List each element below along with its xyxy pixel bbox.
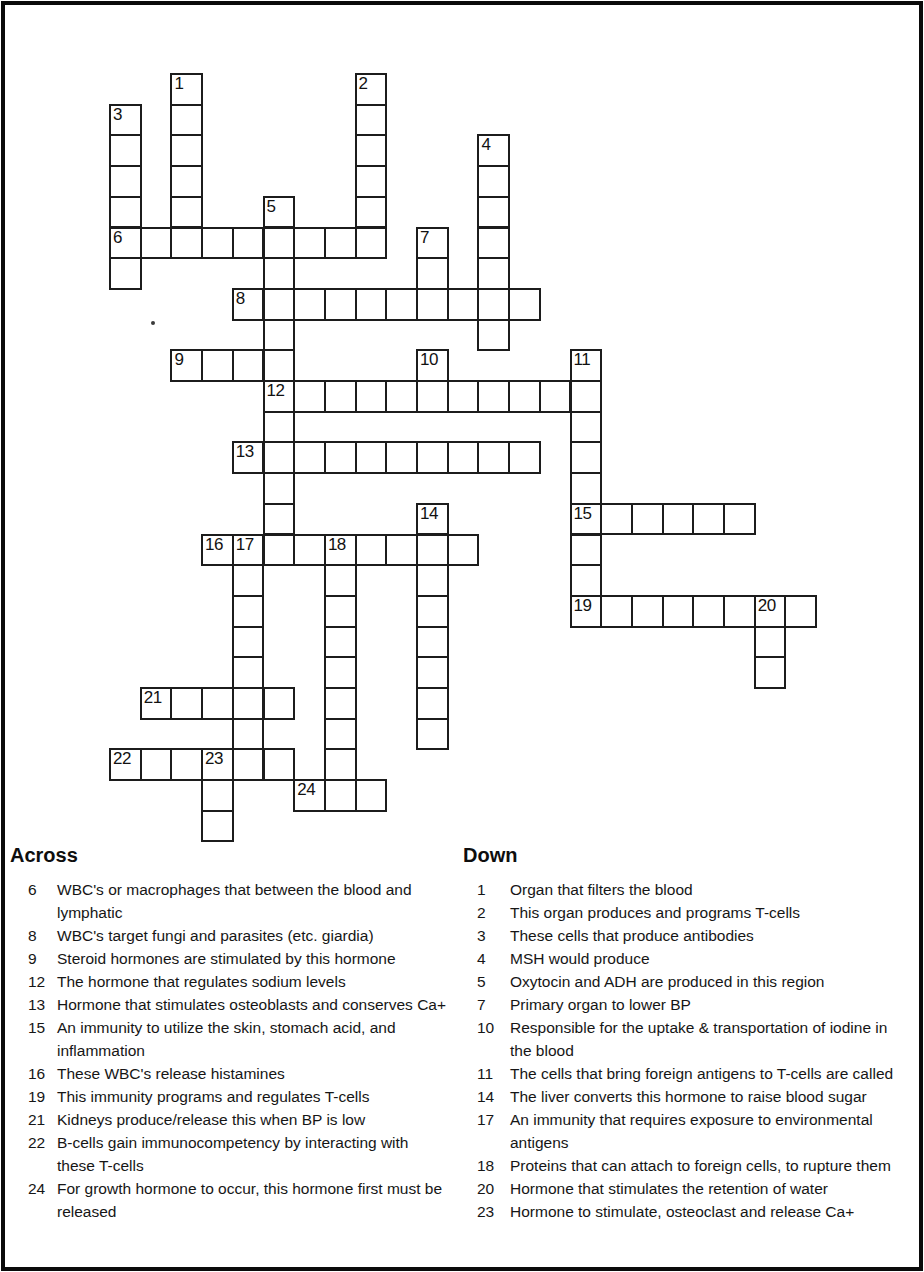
clue-item: 22B-cells gain immunocompetency by inter… [10,1131,463,1177]
grid-cell [508,441,541,474]
grid-cell [324,227,357,260]
grid-cell [477,441,510,474]
grid-cell [263,503,296,536]
grid-cell: 6 [109,227,142,260]
grid-cell [324,626,357,659]
grid-cell: 17 [232,534,265,567]
clue-item: 19This immunity programs and regulates T… [10,1085,463,1108]
cell-number: 2 [359,75,368,93]
cell-number: 5 [267,198,276,216]
grid-cell [324,564,357,597]
crossword-grid: 123456789101112131415161718192021222324 [109,73,818,843]
grid-cell [170,134,203,167]
grid-cell: 18 [324,534,357,567]
clue-number: 1 [477,878,510,901]
clue-number: 4 [477,947,510,970]
cell-number: 23 [205,750,223,768]
grid-cell [477,288,510,321]
grid-cell [355,165,388,198]
clue-text: This organ produces and programs T-cells [510,901,921,924]
grid-cell [416,534,449,567]
grid-cell [201,810,234,843]
grid-cell: 24 [293,779,326,812]
grid-cell [324,288,357,321]
grid-cell [140,227,173,260]
grid-cell [293,441,326,474]
grid-cell [570,441,603,474]
grid-cell: 22 [109,748,142,781]
grid-cell [570,472,603,505]
grid-cell [416,687,449,720]
grid-cell [723,595,756,628]
grid-cell: 15 [570,503,603,536]
grid-cell [201,349,234,382]
grid-cell [324,687,357,720]
grid-cell [570,411,603,444]
grid-cell: 4 [477,134,510,167]
grid-cell [570,564,603,597]
across-header: Across [10,843,463,867]
clue-number: 24 [28,1177,57,1200]
grid-cell: 13 [232,441,265,474]
grid-cell: 7 [416,227,449,260]
cell-number: 15 [574,505,592,523]
clue-text: The hormone that regulates sodium levels [57,970,463,993]
clue-item: 3These cells that produce antibodies [463,924,921,947]
grid-cell [477,196,510,229]
clue-item: 21Kidneys produce/release this when BP i… [10,1108,463,1131]
grid-cell [385,441,418,474]
grid-cell [293,227,326,260]
across-clues-section: Across 6WBC's or macrophages that betwee… [10,843,463,1223]
clue-item: 13Hormone that stimulates osteoblasts an… [10,993,463,1016]
grid-cell [355,227,388,260]
cell-number: 6 [113,229,122,247]
clue-text: Proteins that can attach to foreign cell… [510,1154,921,1177]
clue-item: 24For growth hormone to occur, this horm… [10,1177,463,1223]
grid-cell [324,380,357,413]
cell-number: 21 [144,689,162,707]
clue-number: 15 [28,1016,57,1039]
clue-item: 9Steroid hormones are stimulated by this… [10,947,463,970]
grid-cell [416,257,449,290]
clue-number: 11 [477,1062,510,1085]
grid-cell [355,441,388,474]
grid-cell [355,380,388,413]
clue-item: 16These WBC's release histamines [10,1062,463,1085]
cell-number: 1 [174,75,183,93]
grid-cell [170,104,203,137]
grid-cell [692,595,725,628]
down-clue-list: 1Organ that filters the blood2This organ… [463,878,921,1223]
clue-item: 20Hormone that stimulates the retention … [463,1177,921,1200]
grid-cell [263,748,296,781]
grid-cell [477,165,510,198]
grid-cell [170,687,203,720]
grid-cell [263,319,296,352]
grid-cell [754,626,787,659]
grid-cell: 11 [570,349,603,382]
grid-cell [416,441,449,474]
grid-cell [447,441,480,474]
grid-cell [477,257,510,290]
grid-cell [324,656,357,689]
grid-cell [385,380,418,413]
grid-cell [723,503,756,536]
clue-number: 9 [28,947,57,970]
clue-text: Oxytocin and ADH are produced in this re… [510,970,921,993]
clue-item: 23Hormone to stimulate, osteoclast and r… [463,1200,921,1223]
grid-cell [754,656,787,689]
cell-number: 18 [328,536,346,554]
clue-number: 21 [28,1108,57,1131]
grid-cell [662,595,695,628]
clue-number: 2 [477,901,510,924]
clue-text: An immunity that requires exposure to en… [510,1108,921,1154]
grid-cell [447,534,480,567]
cell-number: 4 [481,136,490,154]
clue-item: 4MSH would produce [463,947,921,970]
grid-cell [293,288,326,321]
grid-cell [324,748,357,781]
cell-number: 16 [205,536,223,554]
grid-cell: 3 [109,104,142,137]
grid-cell: 16 [201,534,234,567]
clue-number: 8 [28,924,57,947]
cell-number: 14 [420,505,438,523]
clue-text: The cells that bring foreign antigens to… [510,1062,921,1085]
clue-number: 10 [477,1016,510,1039]
grid-cell [784,595,817,628]
clue-number: 13 [28,993,57,1016]
clue-text: Hormone that stimulates the retention of… [510,1177,921,1200]
grid-cell [416,595,449,628]
grid-cell [232,748,265,781]
grid-cell [263,472,296,505]
grid-cell [355,134,388,167]
clue-item: 12The hormone that regulates sodium leve… [10,970,463,993]
across-clue-list: 6WBC's or macrophages that between the b… [10,878,463,1223]
cell-number: 22 [113,750,131,768]
grid-cell [447,380,480,413]
clue-text: Responsible for the uptake & transportat… [510,1016,921,1062]
clue-number: 19 [28,1085,57,1108]
clue-text: Hormone to stimulate, osteoclast and rel… [510,1200,921,1223]
grid-cell [508,380,541,413]
grid-cell [416,288,449,321]
cell-number: 17 [236,536,254,554]
grid-cell [232,656,265,689]
grid-cell [232,595,265,628]
clue-text: B-cells gain immunocompetency by interac… [57,1131,463,1177]
grid-cell [477,319,510,352]
grid-cell [692,503,725,536]
grid-cell [416,626,449,659]
grid-cell [293,380,326,413]
clue-item: 15An immunity to utilize the skin, stoma… [10,1016,463,1062]
grid-cell [631,503,664,536]
cell-number: 7 [420,229,429,247]
grid-cell [170,165,203,198]
cell-number: 3 [113,106,122,124]
clue-item: 5Oxytocin and ADH are produced in this r… [463,970,921,993]
grid-cell [508,288,541,321]
down-clues-section: Down 1Organ that filters the blood2This … [463,843,921,1223]
clue-item: 17An immunity that requires exposure to … [463,1108,921,1154]
grid-cell [232,227,265,260]
down-header: Down [463,843,921,867]
grid-cell [600,595,633,628]
grid-cell [232,564,265,597]
grid-cell [263,227,296,260]
cell-number: 12 [267,382,285,400]
grid-cell: 21 [140,687,173,720]
grid-cell [170,748,203,781]
grid-cell: 20 [754,595,787,628]
grid-cell: 5 [263,196,296,229]
grid-cell [631,595,664,628]
grid-cell [600,503,633,536]
grid-cell [170,196,203,229]
grid-cell: 23 [201,748,234,781]
grid-cell [263,534,296,567]
clue-number: 17 [477,1108,510,1131]
clue-text: Kidneys produce/release this when BP is … [57,1108,463,1131]
clue-item: 14The liver converts this hormone to rai… [463,1085,921,1108]
worksheet-page: 123456789101112131415161718192021222324 … [0,0,924,1272]
grid-cell [263,687,296,720]
grid-cell [416,564,449,597]
grid-cell [324,595,357,628]
grid-cell [355,288,388,321]
grid-cell [416,656,449,689]
clue-number: 18 [477,1154,510,1177]
clue-item: 1Organ that filters the blood [463,878,921,901]
cell-number: 11 [574,351,591,369]
grid-cell [570,534,603,567]
grid-cell [263,441,296,474]
grid-cell [570,380,603,413]
cell-number: 8 [236,290,245,308]
clue-text: An immunity to utilize the skin, stomach… [57,1016,463,1062]
grid-cell [355,104,388,137]
clue-number: 14 [477,1085,510,1108]
grid-cell [355,196,388,229]
clue-text: Hormone that stimulates osteoblasts and … [57,993,463,1016]
grid-cell [263,257,296,290]
cell-number: 24 [297,781,315,799]
grid-cell [109,165,142,198]
clue-item: 6WBC's or macrophages that between the b… [10,878,463,924]
grid-cell: 9 [170,349,203,382]
cell-number: 19 [574,597,592,615]
grid-cell: 2 [355,73,388,106]
clue-item: 18Proteins that can attach to foreign ce… [463,1154,921,1177]
clue-number: 22 [28,1131,57,1154]
clue-text: For growth hormone to occur, this hormon… [57,1177,463,1223]
clue-number: 3 [477,924,510,947]
clue-text: WBC's or macrophages that between the bl… [57,878,463,924]
grid-cell [232,349,265,382]
clue-number: 6 [28,878,57,901]
clue-item: 2This organ produces and programs T-cell… [463,901,921,924]
grid-cell: 14 [416,503,449,536]
grid-cell: 19 [570,595,603,628]
grid-cell [109,134,142,167]
clue-item: 8WBC's target fungi and parasites (etc. … [10,924,463,947]
scan-artifact-dot [151,321,155,325]
clue-number: 23 [477,1200,510,1223]
grid-cell [109,196,142,229]
grid-cell [201,227,234,260]
grid-cell [385,288,418,321]
grid-cell [355,779,388,812]
grid-cell [232,687,265,720]
grid-cell [232,626,265,659]
grid-cell [447,288,480,321]
grid-cell [263,288,296,321]
grid-cell [293,534,326,567]
grid-cell [201,779,234,812]
cell-number: 9 [174,351,183,369]
clue-text: These cells that produce antibodies [510,924,921,947]
grid-cell [324,718,357,751]
clue-text: The liver converts this hormone to raise… [510,1085,921,1108]
grid-cell [539,380,572,413]
clue-number: 5 [477,970,510,993]
grid-cell [263,411,296,444]
grid-cell [662,503,695,536]
grid-cell [385,534,418,567]
grid-cell [355,534,388,567]
grid-cell [324,779,357,812]
clue-text: This immunity programs and regulates T-c… [57,1085,463,1108]
clue-number: 12 [28,970,57,993]
grid-cell [170,227,203,260]
cell-number: 13 [236,443,254,461]
clue-number: 7 [477,993,510,1016]
grid-cell: 12 [263,380,296,413]
clue-text: WBC's target fungi and parasites (etc. g… [57,924,463,947]
clue-text: Primary organ to lower BP [510,993,921,1016]
clue-text: Steroid hormones are stimulated by this … [57,947,463,970]
grid-cell [477,227,510,260]
cell-number: 20 [758,597,776,615]
clue-item: 7Primary organ to lower BP [463,993,921,1016]
grid-cell: 8 [232,288,265,321]
grid-cell [109,257,142,290]
grid-cell [140,748,173,781]
clue-text: MSH would produce [510,947,921,970]
grid-cell [263,349,296,382]
grid-cell: 10 [416,349,449,382]
grid-cell [201,687,234,720]
clue-item: 11The cells that bring foreign antigens … [463,1062,921,1085]
clue-text: These WBC's release histamines [57,1062,463,1085]
grid-cell: 1 [170,73,203,106]
clue-item: 10Responsible for the uptake & transport… [463,1016,921,1062]
grid-cell [232,718,265,751]
grid-cell [416,380,449,413]
clue-text: Organ that filters the blood [510,878,921,901]
grid-cell [324,441,357,474]
clue-number: 20 [477,1177,510,1200]
grid-cell [477,380,510,413]
clue-number: 16 [28,1062,57,1085]
grid-cell [416,718,449,751]
cell-number: 10 [420,351,438,369]
